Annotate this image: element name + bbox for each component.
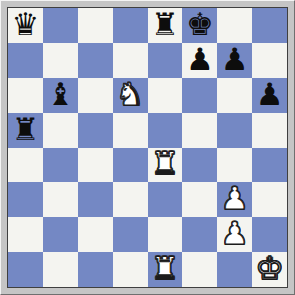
- square-h1[interactable]: ♚: [252, 252, 287, 287]
- white-king[interactable]: ♚: [256, 253, 284, 284]
- square-f4[interactable]: [182, 148, 217, 183]
- square-g5[interactable]: [217, 113, 252, 148]
- square-g7[interactable]: ♟: [217, 43, 252, 78]
- square-d4[interactable]: [113, 148, 148, 183]
- square-e6[interactable]: [148, 78, 183, 113]
- white-pawn[interactable]: ♟: [221, 218, 249, 249]
- square-e3[interactable]: [148, 182, 183, 217]
- square-e7[interactable]: [148, 43, 183, 78]
- black-king[interactable]: ♚: [186, 9, 214, 40]
- square-c2[interactable]: [78, 217, 113, 252]
- chess-board-frame: ♛♜♚♟♟♝♞♟♜♜♟♟♜♚: [0, 0, 295, 295]
- square-h4[interactable]: [252, 148, 287, 183]
- square-f1[interactable]: [182, 252, 217, 287]
- square-c6[interactable]: [78, 78, 113, 113]
- black-pawn[interactable]: ♟: [186, 44, 214, 75]
- square-b8[interactable]: [43, 8, 78, 43]
- square-a7[interactable]: [8, 43, 43, 78]
- square-b1[interactable]: [43, 252, 78, 287]
- square-h8[interactable]: [252, 8, 287, 43]
- square-h2[interactable]: [252, 217, 287, 252]
- square-b4[interactable]: [43, 148, 78, 183]
- square-g2[interactable]: ♟: [217, 217, 252, 252]
- square-g4[interactable]: [217, 148, 252, 183]
- square-c8[interactable]: [78, 8, 113, 43]
- black-pawn[interactable]: ♟: [221, 44, 249, 75]
- square-b7[interactable]: [43, 43, 78, 78]
- white-rook[interactable]: ♜: [151, 148, 179, 179]
- square-f5[interactable]: [182, 113, 217, 148]
- square-e8[interactable]: ♜: [148, 8, 183, 43]
- black-pawn[interactable]: ♟: [256, 79, 284, 110]
- black-rook[interactable]: ♜: [151, 9, 179, 40]
- black-bishop[interactable]: ♝: [46, 79, 74, 110]
- square-b3[interactable]: [43, 182, 78, 217]
- black-rook[interactable]: ♜: [12, 114, 40, 145]
- square-h7[interactable]: [252, 43, 287, 78]
- square-c5[interactable]: [78, 113, 113, 148]
- square-g3[interactable]: ♟: [217, 182, 252, 217]
- square-e5[interactable]: [148, 113, 183, 148]
- square-d6[interactable]: ♞: [113, 78, 148, 113]
- square-f3[interactable]: [182, 182, 217, 217]
- square-h5[interactable]: [252, 113, 287, 148]
- square-a5[interactable]: ♜: [8, 113, 43, 148]
- square-e1[interactable]: ♜: [148, 252, 183, 287]
- chess-board: ♛♜♚♟♟♝♞♟♜♜♟♟♜♚: [7, 7, 288, 288]
- square-a3[interactable]: [8, 182, 43, 217]
- square-b2[interactable]: [43, 217, 78, 252]
- square-g1[interactable]: [217, 252, 252, 287]
- square-c3[interactable]: [78, 182, 113, 217]
- square-h6[interactable]: ♟: [252, 78, 287, 113]
- square-e4[interactable]: ♜: [148, 148, 183, 183]
- square-e2[interactable]: [148, 217, 183, 252]
- square-d1[interactable]: [113, 252, 148, 287]
- white-pawn[interactable]: ♟: [221, 183, 249, 214]
- square-f7[interactable]: ♟: [182, 43, 217, 78]
- square-f2[interactable]: [182, 217, 217, 252]
- square-a1[interactable]: [8, 252, 43, 287]
- square-b6[interactable]: ♝: [43, 78, 78, 113]
- square-h3[interactable]: [252, 182, 287, 217]
- square-c1[interactable]: [78, 252, 113, 287]
- square-a2[interactable]: [8, 217, 43, 252]
- square-b5[interactable]: [43, 113, 78, 148]
- square-a6[interactable]: [8, 78, 43, 113]
- square-g8[interactable]: [217, 8, 252, 43]
- square-d5[interactable]: [113, 113, 148, 148]
- square-d2[interactable]: [113, 217, 148, 252]
- square-f8[interactable]: ♚: [182, 8, 217, 43]
- square-a4[interactable]: [8, 148, 43, 183]
- square-d3[interactable]: [113, 182, 148, 217]
- white-knight[interactable]: ♞: [116, 79, 144, 110]
- square-c4[interactable]: [78, 148, 113, 183]
- square-a8[interactable]: ♛: [8, 8, 43, 43]
- square-g6[interactable]: [217, 78, 252, 113]
- square-c7[interactable]: [78, 43, 113, 78]
- square-f6[interactable]: [182, 78, 217, 113]
- square-d8[interactable]: [113, 8, 148, 43]
- square-d7[interactable]: [113, 43, 148, 78]
- white-rook[interactable]: ♜: [151, 253, 179, 284]
- black-queen[interactable]: ♛: [12, 9, 40, 40]
